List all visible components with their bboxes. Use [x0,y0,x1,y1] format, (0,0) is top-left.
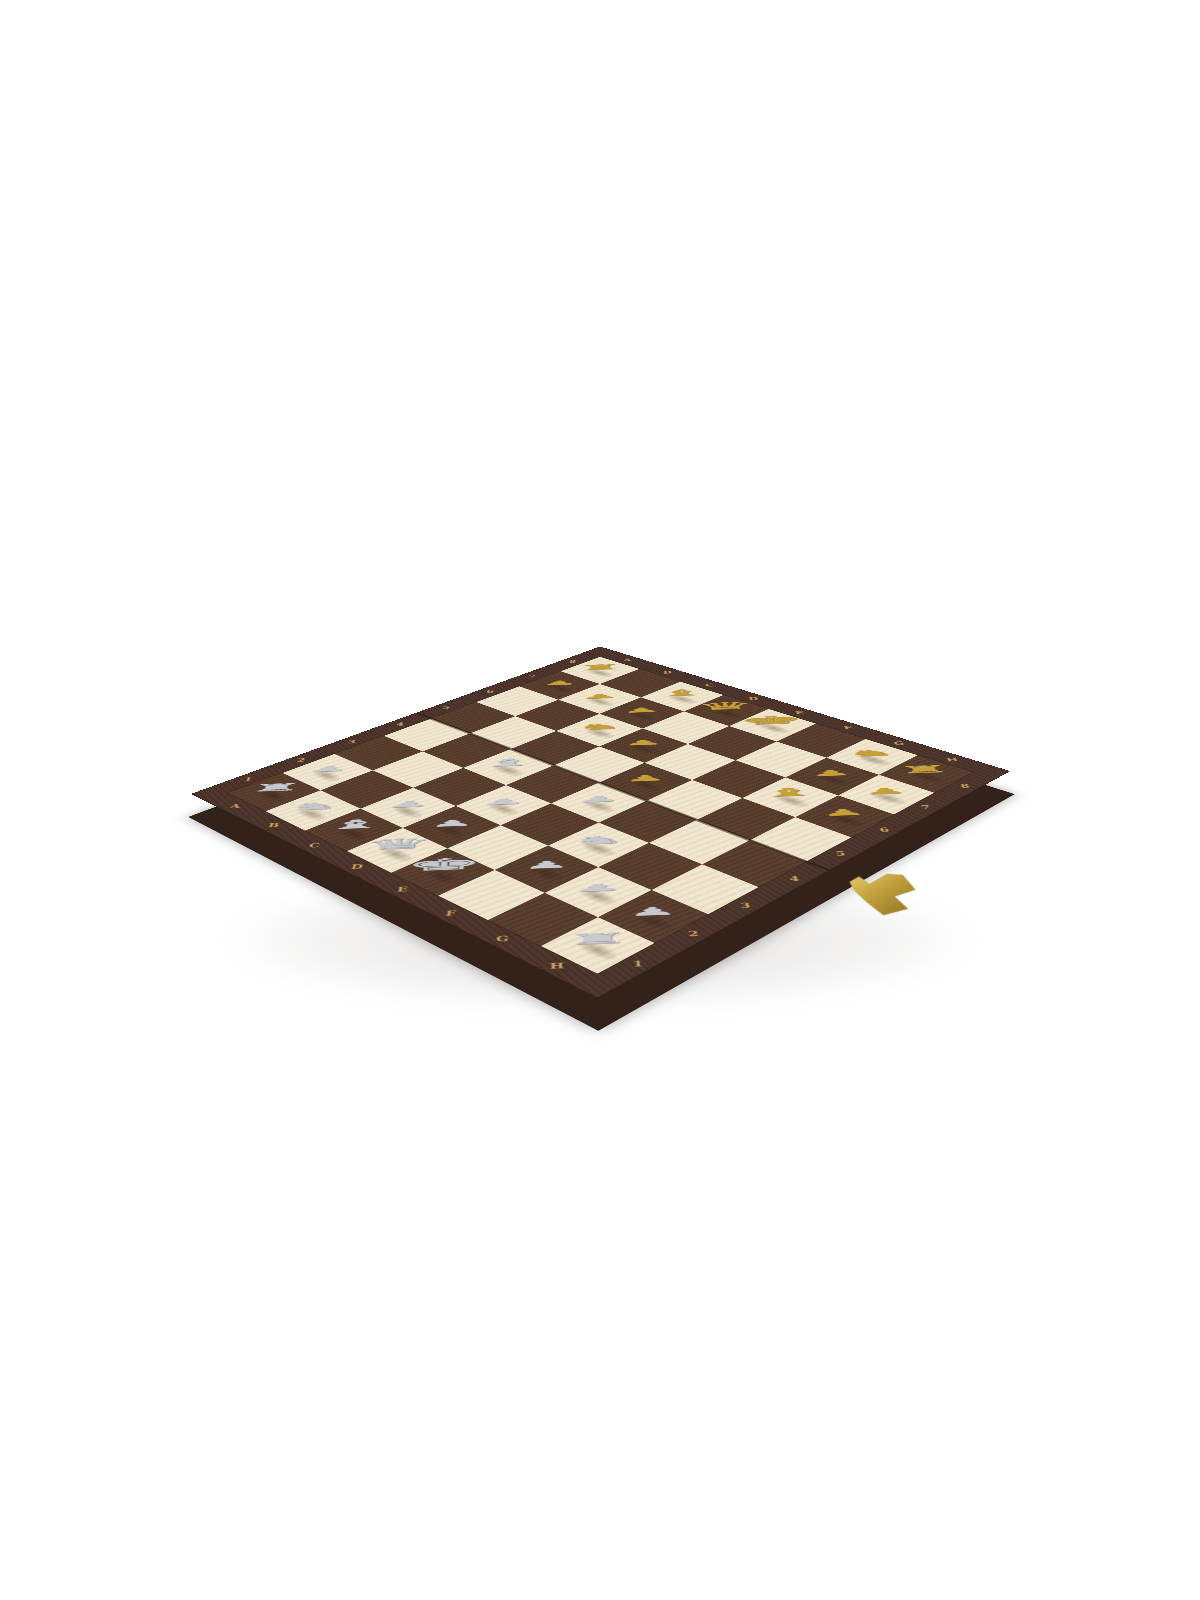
coord-label-text: A [229,803,241,809]
coord-label-text: E [397,885,409,893]
coord-label-text: 7 [920,804,932,811]
coord-label-text: G [496,934,509,943]
coord-label-text: A [623,658,631,662]
coord-label-text: 6 [486,689,494,694]
coord-label-text: 1 [633,959,644,968]
coord-label-text: 6 [879,826,891,833]
coord-label-text: 3 [347,739,357,744]
coord-label-text: D [350,863,364,870]
coord-label-text: G [893,740,905,746]
coord-label-text: 4 [396,722,405,727]
coord-label-text: 2 [688,929,699,938]
coord-label-text: 7 [529,674,537,678]
coord-label-text: 8 [959,783,971,789]
coord-label-text: F [843,725,853,730]
coord-label-text: C [308,842,321,849]
coord-label-text: 2 [296,757,306,763]
product-photo-canvas: 1122334455667788AABBCCDDEEFFGGHH ♜♝♛♚♞♜♟… [0,0,1200,1600]
coord-label-text: 4 [789,875,801,883]
coord-label-text: B [267,822,280,829]
coord-label-text: H [945,757,959,763]
coord-label-text: 8 [569,659,576,663]
coord-label-text: 1 [243,776,254,782]
coord-label-text: 3 [740,901,752,909]
coord-label-text: 5 [442,705,450,710]
coord-label-text: B [663,670,672,674]
coord-label-text: F [445,909,456,917]
coord-label-text: H [550,961,565,970]
king-glyph: ♚ [737,713,806,726]
coord-label-text: 5 [835,850,847,857]
